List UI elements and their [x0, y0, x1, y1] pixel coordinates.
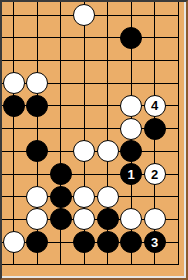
stone-number-label: 3 — [151, 236, 158, 249]
black-stone — [50, 186, 72, 208]
black-stone — [26, 95, 48, 117]
black-stone — [26, 231, 48, 253]
white-stone — [73, 186, 95, 208]
white-stone — [26, 72, 48, 94]
black-stone — [3, 95, 25, 117]
grid-line-horizontal — [2, 37, 179, 38]
go-board-grid: 4123 — [2, 2, 186, 278]
black-stone — [50, 163, 72, 185]
grid-line-vertical — [13, 2, 14, 265]
white-stone: 4 — [144, 95, 166, 117]
grid-line-vertical — [178, 2, 179, 265]
black-stone — [120, 27, 142, 49]
grid-line-horizontal — [2, 264, 179, 265]
black-stone — [26, 140, 48, 162]
black-stone — [50, 208, 72, 230]
white-stone — [3, 231, 25, 253]
white-stone — [144, 208, 166, 230]
black-stone — [97, 208, 119, 230]
go-board: 4123 — [0, 0, 188, 280]
white-stone — [120, 118, 142, 140]
black-stone — [120, 140, 142, 162]
black-stone — [97, 231, 119, 253]
white-stone — [97, 140, 119, 162]
white-stone — [26, 186, 48, 208]
white-stone — [3, 72, 25, 94]
white-stone — [97, 186, 119, 208]
white-stone — [73, 140, 95, 162]
stone-number-label: 1 — [127, 168, 134, 181]
black-stone — [144, 118, 166, 140]
grid-line-horizontal — [2, 60, 179, 61]
black-stone: 1 — [120, 163, 142, 185]
white-stone: 2 — [144, 163, 166, 185]
white-stone — [26, 208, 48, 230]
white-stone — [73, 208, 95, 230]
white-stone — [120, 95, 142, 117]
black-stone — [120, 231, 142, 253]
white-stone — [120, 208, 142, 230]
white-stone — [73, 4, 95, 26]
stone-number-label: 2 — [151, 168, 158, 181]
stone-number-label: 4 — [151, 99, 158, 112]
black-stone: 3 — [144, 231, 166, 253]
black-stone — [73, 231, 95, 253]
